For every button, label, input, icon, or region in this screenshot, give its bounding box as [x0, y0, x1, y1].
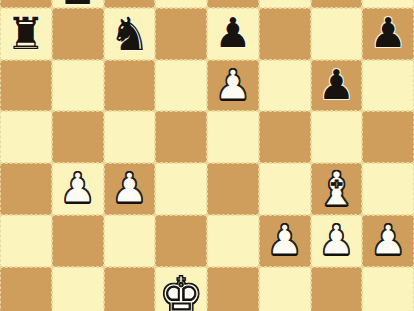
square-h4[interactable]	[362, 111, 414, 163]
square-e4[interactable]	[207, 111, 259, 163]
square-d7[interactable]	[155, 0, 207, 8]
square-d5[interactable]	[155, 60, 207, 112]
square-h6[interactable]: ♟	[362, 8, 414, 60]
square-b2[interactable]	[52, 215, 104, 267]
square-e3[interactable]	[207, 163, 259, 215]
square-g4[interactable]	[311, 111, 363, 163]
piece-black-rook-a6[interactable]: ♜	[6, 12, 45, 56]
square-d1[interactable]: ♚	[155, 267, 207, 311]
square-a7[interactable]	[0, 0, 52, 8]
square-g1[interactable]	[311, 267, 363, 311]
square-c3[interactable]: ♟	[104, 163, 156, 215]
piece-white-pawn-g2[interactable]: ♟	[318, 220, 355, 261]
square-b3[interactable]: ♟	[52, 163, 104, 215]
square-c1[interactable]	[104, 267, 156, 311]
piece-black-pawn-g5[interactable]: ♟	[318, 65, 355, 106]
square-e1[interactable]	[207, 267, 259, 311]
square-c5[interactable]	[104, 60, 156, 112]
square-c2[interactable]	[104, 215, 156, 267]
chess-board-viewport: ♟♜♞♟♟♟♟♟♟♝♟♟♟♚	[0, 0, 414, 311]
piece-white-pawn-c3[interactable]: ♟	[111, 168, 148, 209]
square-g5[interactable]: ♟	[311, 60, 363, 112]
square-d2[interactable]	[155, 215, 207, 267]
square-h5[interactable]	[362, 60, 414, 112]
square-b4[interactable]	[52, 111, 104, 163]
square-a2[interactable]	[0, 215, 52, 267]
square-h7[interactable]	[362, 0, 414, 8]
piece-black-pawn-h6[interactable]: ♟	[370, 13, 407, 54]
piece-black-pawn-e6[interactable]: ♟	[214, 13, 251, 54]
square-a4[interactable]	[0, 111, 52, 163]
square-f4[interactable]	[259, 111, 311, 163]
square-f3[interactable]	[259, 163, 311, 215]
square-g6[interactable]	[311, 8, 363, 60]
chess-board: ♟♜♞♟♟♟♟♟♟♝♟♟♟♚	[0, 0, 414, 311]
square-a5[interactable]	[0, 60, 52, 112]
piece-white-king-d1[interactable]: ♚	[159, 271, 203, 311]
square-g2[interactable]: ♟	[311, 215, 363, 267]
square-d4[interactable]	[155, 111, 207, 163]
square-g3[interactable]: ♝	[311, 163, 363, 215]
square-f7[interactable]	[259, 0, 311, 8]
square-h2[interactable]: ♟	[362, 215, 414, 267]
square-a3[interactable]	[0, 163, 52, 215]
square-d6[interactable]	[155, 8, 207, 60]
square-b7[interactable]: ♟	[52, 0, 104, 8]
square-e6[interactable]: ♟	[207, 8, 259, 60]
square-b1[interactable]	[52, 267, 104, 311]
piece-white-bishop-g3[interactable]: ♝	[315, 165, 357, 212]
piece-white-pawn-h2[interactable]: ♟	[370, 220, 407, 261]
square-f5[interactable]	[259, 60, 311, 112]
square-c4[interactable]	[104, 111, 156, 163]
piece-black-knight-c6[interactable]: ♞	[109, 11, 150, 57]
square-b6[interactable]	[52, 8, 104, 60]
square-d3[interactable]	[155, 163, 207, 215]
square-f6[interactable]	[259, 8, 311, 60]
square-h1[interactable]	[362, 267, 414, 311]
square-f1[interactable]	[259, 267, 311, 311]
square-h3[interactable]	[362, 163, 414, 215]
square-e7[interactable]	[207, 0, 259, 8]
square-e2[interactable]	[207, 215, 259, 267]
piece-white-pawn-f2[interactable]: ♟	[266, 220, 303, 261]
square-g7[interactable]	[311, 0, 363, 8]
square-a6[interactable]: ♜	[0, 8, 52, 60]
square-c6[interactable]: ♞	[104, 8, 156, 60]
square-a1[interactable]	[0, 267, 52, 311]
piece-white-pawn-e5[interactable]: ♟	[214, 65, 251, 106]
square-e5[interactable]: ♟	[207, 60, 259, 112]
piece-white-pawn-b3[interactable]: ♟	[59, 168, 96, 209]
square-b5[interactable]	[52, 60, 104, 112]
square-f2[interactable]: ♟	[259, 215, 311, 267]
piece-black-pawn-b7[interactable]: ♟	[59, 0, 96, 11]
